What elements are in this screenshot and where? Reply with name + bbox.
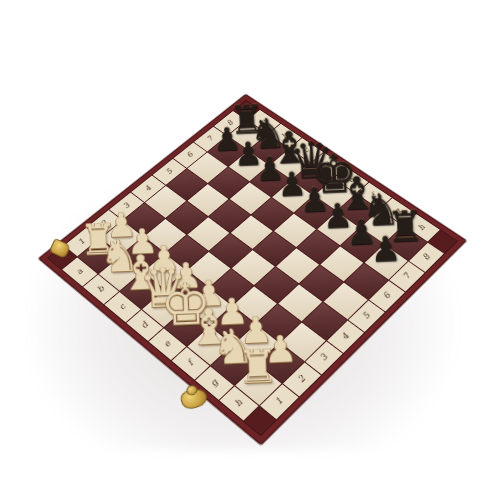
chess-board-grid: abcdefgh8♜♞♝♛♚♝♞♜87♟♟♟♟♟♟♟♟7665544332♟♟♟… bbox=[47, 100, 458, 437]
rank-label-text: 2 bbox=[296, 374, 307, 384]
file-label-text: c bbox=[117, 303, 127, 311]
file-label-text: d bbox=[139, 321, 150, 330]
rank-label-text: 3 bbox=[318, 353, 329, 363]
file-label-text: f bbox=[186, 359, 195, 367]
file-label-text: g bbox=[209, 378, 220, 388]
rank-label-text: 4 bbox=[340, 332, 351, 341]
square-e5[interactable] bbox=[253, 232, 295, 266]
rank-label-text: 5 bbox=[164, 168, 174, 175]
chess-board: abcdefgh8♜♞♝♛♚♝♞♜87♟♟♟♟♟♟♟♟7665544332♟♟♟… bbox=[38, 94, 466, 445]
rank-label-text: 6 bbox=[382, 292, 393, 301]
scene: abcdefgh8♜♞♝♛♚♝♞♜87♟♟♟♟♟♟♟♟7665544332♟♟♟… bbox=[0, 0, 500, 500]
rank-label-text: 8 bbox=[421, 253, 432, 261]
rank-label-text: 6 bbox=[185, 152, 195, 159]
product-photo: abcdefgh8♜♞♝♛♚♝♞♜87♟♟♟♟♟♟♟♟7665544332♟♟♟… bbox=[0, 0, 500, 500]
file-label-text: e bbox=[162, 340, 173, 349]
file-label-text: a bbox=[75, 268, 85, 276]
file-label-text: h bbox=[233, 398, 245, 408]
rank-label-text: 4 bbox=[143, 185, 153, 193]
rank-label-text: 1 bbox=[274, 396, 286, 406]
rank-label-text: 5 bbox=[361, 312, 372, 321]
rank-label-text: 7 bbox=[402, 272, 413, 281]
file-label-text: b bbox=[96, 285, 107, 294]
